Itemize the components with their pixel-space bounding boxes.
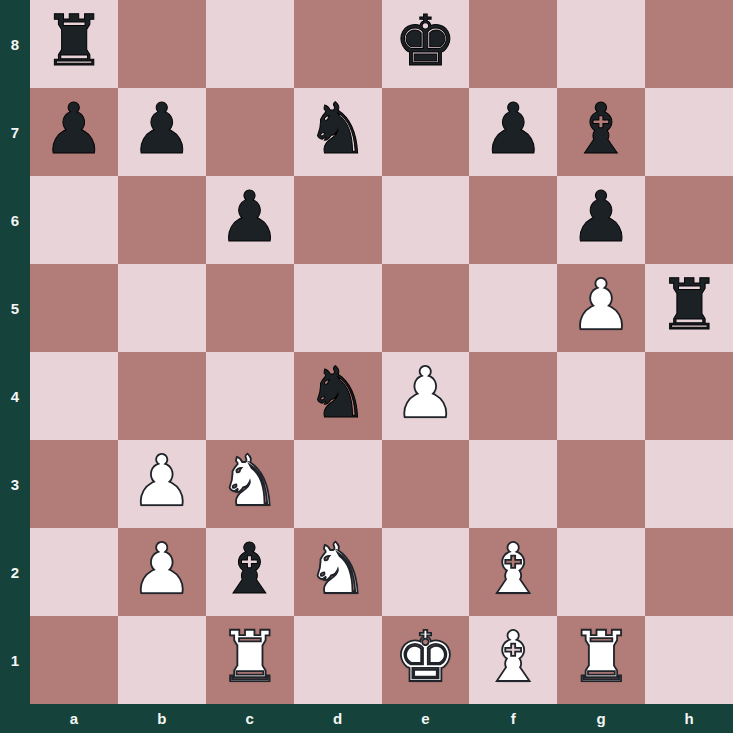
square-f4[interactable] (469, 352, 557, 440)
square-e4[interactable]: ♟ (382, 352, 470, 440)
square-f6[interactable] (469, 176, 557, 264)
square-g3[interactable] (557, 440, 645, 528)
square-a2[interactable] (30, 528, 118, 616)
rank-labels: 87654321 (0, 0, 30, 704)
white-pawn-piece: ♟ (394, 358, 457, 428)
square-a7[interactable]: ♟ (30, 88, 118, 176)
square-f2[interactable]: ♝ (469, 528, 557, 616)
file-labels: abcdefgh (30, 704, 733, 733)
square-b8[interactable] (118, 0, 206, 88)
white-bishop-piece: ♝ (482, 622, 545, 692)
square-d8[interactable] (294, 0, 382, 88)
square-h4[interactable] (645, 352, 733, 440)
square-d1[interactable] (294, 616, 382, 704)
black-king-piece: ♚ (394, 6, 457, 76)
square-c3[interactable]: ♞ (206, 440, 294, 528)
white-pawn-piece: ♟ (570, 270, 633, 340)
white-pawn-piece: ♟ (130, 534, 193, 604)
file-label-h: h (645, 704, 733, 733)
file-label-g: g (557, 704, 645, 733)
black-pawn-piece: ♟ (570, 182, 633, 252)
square-b3[interactable]: ♟ (118, 440, 206, 528)
square-g2[interactable] (557, 528, 645, 616)
square-g8[interactable] (557, 0, 645, 88)
white-knight-piece: ♞ (218, 446, 281, 516)
square-a4[interactable] (30, 352, 118, 440)
square-f8[interactable] (469, 0, 557, 88)
white-king-piece: ♚ (394, 622, 457, 692)
black-pawn-piece: ♟ (218, 182, 281, 252)
square-a1[interactable] (30, 616, 118, 704)
square-f3[interactable] (469, 440, 557, 528)
square-c4[interactable] (206, 352, 294, 440)
file-label-f: f (469, 704, 557, 733)
square-h5[interactable]: ♜ (645, 264, 733, 352)
square-e5[interactable] (382, 264, 470, 352)
square-d6[interactable] (294, 176, 382, 264)
black-rook-piece: ♜ (658, 270, 721, 340)
black-rook-piece: ♜ (43, 6, 106, 76)
square-h8[interactable] (645, 0, 733, 88)
rank-label-1: 1 (0, 616, 30, 704)
file-label-d: d (294, 704, 382, 733)
square-b1[interactable] (118, 616, 206, 704)
square-b7[interactable]: ♟ (118, 88, 206, 176)
white-rook-piece: ♜ (570, 622, 633, 692)
square-h7[interactable] (645, 88, 733, 176)
square-b2[interactable]: ♟ (118, 528, 206, 616)
square-c7[interactable] (206, 88, 294, 176)
file-label-a: a (30, 704, 118, 733)
square-h6[interactable] (645, 176, 733, 264)
rank-label-6: 6 (0, 176, 30, 264)
square-b5[interactable] (118, 264, 206, 352)
square-b4[interactable] (118, 352, 206, 440)
rank-label-8: 8 (0, 0, 30, 88)
square-e2[interactable] (382, 528, 470, 616)
square-e1[interactable]: ♚ (382, 616, 470, 704)
square-g7[interactable]: ♝ (557, 88, 645, 176)
chess-board: ♜♚♟♟♞♟♝♟♟♟♜♞♟♟♞♟♝♞♝♜♚♝♜ (30, 0, 733, 704)
black-pawn-piece: ♟ (130, 94, 193, 164)
black-pawn-piece: ♟ (482, 94, 545, 164)
square-d3[interactable] (294, 440, 382, 528)
square-c2[interactable]: ♝ (206, 528, 294, 616)
white-bishop-piece: ♝ (482, 534, 545, 604)
square-a8[interactable]: ♜ (30, 0, 118, 88)
square-f5[interactable] (469, 264, 557, 352)
file-label-c: c (206, 704, 294, 733)
square-h3[interactable] (645, 440, 733, 528)
square-f1[interactable]: ♝ (469, 616, 557, 704)
black-bishop-piece: ♝ (218, 534, 281, 604)
square-g5[interactable]: ♟ (557, 264, 645, 352)
black-bishop-piece: ♝ (570, 94, 633, 164)
square-c1[interactable]: ♜ (206, 616, 294, 704)
square-d7[interactable]: ♞ (294, 88, 382, 176)
square-c6[interactable]: ♟ (206, 176, 294, 264)
file-label-e: e (382, 704, 470, 733)
square-e3[interactable] (382, 440, 470, 528)
square-a3[interactable] (30, 440, 118, 528)
black-pawn-piece: ♟ (43, 94, 106, 164)
square-f7[interactable]: ♟ (469, 88, 557, 176)
square-d5[interactable] (294, 264, 382, 352)
square-b6[interactable] (118, 176, 206, 264)
black-knight-piece: ♞ (306, 358, 369, 428)
square-g1[interactable]: ♜ (557, 616, 645, 704)
square-e7[interactable] (382, 88, 470, 176)
square-g6[interactable]: ♟ (557, 176, 645, 264)
square-e6[interactable] (382, 176, 470, 264)
square-g4[interactable] (557, 352, 645, 440)
square-a6[interactable] (30, 176, 118, 264)
rank-label-3: 3 (0, 440, 30, 528)
rank-label-5: 5 (0, 264, 30, 352)
rank-label-2: 2 (0, 528, 30, 616)
rank-label-7: 7 (0, 88, 30, 176)
chess-board-frame: 87654321 ♜♚♟♟♞♟♝♟♟♟♜♞♟♟♞♟♝♞♝♜♚♝♜ abcdefg… (0, 0, 733, 733)
square-a5[interactable] (30, 264, 118, 352)
white-knight-piece: ♞ (306, 534, 369, 604)
black-knight-piece: ♞ (306, 94, 369, 164)
square-c5[interactable] (206, 264, 294, 352)
rank-label-4: 4 (0, 352, 30, 440)
square-h1[interactable] (645, 616, 733, 704)
white-rook-piece: ♜ (218, 622, 281, 692)
square-d4[interactable]: ♞ (294, 352, 382, 440)
white-pawn-piece: ♟ (130, 446, 193, 516)
file-label-b: b (118, 704, 206, 733)
square-h2[interactable] (645, 528, 733, 616)
square-e8[interactable]: ♚ (382, 0, 470, 88)
square-c8[interactable] (206, 0, 294, 88)
square-d2[interactable]: ♞ (294, 528, 382, 616)
